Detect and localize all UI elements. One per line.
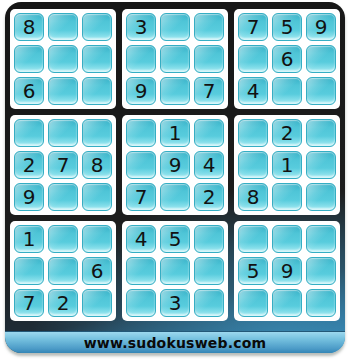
sudoku-cell[interactable]: 6 [272, 45, 302, 73]
sudoku-cell[interactable]: 5 [238, 257, 268, 285]
sudoku-cell[interactable]: 5 [272, 13, 302, 41]
sudoku-cell[interactable] [82, 13, 112, 41]
sudoku-block: 1672 [10, 221, 116, 321]
sudoku-block: 75964 [234, 9, 340, 109]
sudoku-cell[interactable] [238, 119, 268, 147]
sudoku-cell[interactable] [160, 45, 190, 73]
sudoku-cell[interactable] [306, 257, 336, 285]
sudoku-block: 19472 [122, 115, 228, 215]
sudoku-cell[interactable] [48, 45, 78, 73]
sudoku-cell[interactable] [238, 151, 268, 179]
sudoku-cell[interactable] [194, 45, 224, 73]
sudoku-cell[interactable]: 3 [160, 289, 190, 317]
sudoku-cell[interactable] [194, 119, 224, 147]
sudoku-block: 86 [10, 9, 116, 109]
sudoku-cell[interactable] [306, 183, 336, 211]
sudoku-block: 2789 [10, 115, 116, 215]
sudoku-cell[interactable]: 4 [126, 225, 156, 253]
sudoku-cell[interactable] [48, 257, 78, 285]
sudoku-cell[interactable]: 3 [126, 13, 156, 41]
sudoku-cell[interactable]: 7 [48, 151, 78, 179]
sudoku-cell[interactable] [194, 13, 224, 41]
sudoku-cell[interactable] [194, 225, 224, 253]
sudoku-cell[interactable] [272, 289, 302, 317]
sudoku-cell[interactable] [238, 289, 268, 317]
sudoku-cell[interactable]: 1 [272, 151, 302, 179]
sudoku-cell[interactable] [272, 183, 302, 211]
sudoku-block: 397 [122, 9, 228, 109]
sudoku-cell[interactable] [14, 257, 44, 285]
sudoku-cell[interactable]: 4 [238, 77, 268, 105]
sudoku-cell[interactable] [14, 119, 44, 147]
sudoku-cell[interactable]: 7 [238, 13, 268, 41]
sudoku-cell[interactable] [306, 45, 336, 73]
sudoku-cell[interactable] [306, 119, 336, 147]
sudoku-cell[interactable]: 9 [160, 151, 190, 179]
sudoku-cell[interactable] [160, 77, 190, 105]
sudoku-cell[interactable] [160, 257, 190, 285]
sudoku-cell[interactable] [306, 225, 336, 253]
sudoku-cell[interactable] [272, 225, 302, 253]
sudoku-block: 218 [234, 115, 340, 215]
sudoku-cell[interactable] [48, 183, 78, 211]
sudoku-cell[interactable]: 9 [306, 13, 336, 41]
sudoku-cell[interactable]: 2 [14, 151, 44, 179]
sudoku-cell[interactable] [306, 289, 336, 317]
sudoku-cell[interactable]: 6 [82, 257, 112, 285]
sudoku-cell[interactable] [126, 119, 156, 147]
sudoku-cell[interactable] [194, 289, 224, 317]
sudoku-cell[interactable] [82, 77, 112, 105]
sudoku-cell[interactable] [306, 77, 336, 105]
sudoku-cell[interactable]: 9 [126, 77, 156, 105]
sudoku-cell[interactable]: 1 [160, 119, 190, 147]
sudoku-cell[interactable] [82, 45, 112, 73]
sudoku-cell[interactable]: 7 [126, 183, 156, 211]
sudoku-cell[interactable]: 6 [14, 77, 44, 105]
sudoku-cell[interactable] [48, 119, 78, 147]
sudoku-block: 59 [234, 221, 340, 321]
sudoku-cell[interactable]: 9 [272, 257, 302, 285]
website-url: www.sudokusweb.com [84, 335, 267, 351]
sudoku-board: 8639775964278919472218167245359 [10, 2, 340, 321]
sudoku-block: 453 [122, 221, 228, 321]
sudoku-cell[interactable] [48, 225, 78, 253]
sudoku-cell[interactable] [82, 289, 112, 317]
sudoku-cell[interactable]: 7 [194, 77, 224, 105]
sudoku-cell[interactable]: 5 [160, 225, 190, 253]
sudoku-cell[interactable]: 2 [194, 183, 224, 211]
sudoku-cell[interactable]: 2 [48, 289, 78, 317]
sudoku-cell[interactable] [82, 225, 112, 253]
sudoku-cell[interactable]: 4 [194, 151, 224, 179]
sudoku-cell[interactable] [48, 13, 78, 41]
sudoku-frame: 8639775964278919472218167245359 www.sudo… [5, 2, 345, 353]
sudoku-cell[interactable] [126, 257, 156, 285]
sudoku-cell[interactable] [14, 45, 44, 73]
sudoku-cell[interactable] [238, 45, 268, 73]
sudoku-cell[interactable] [126, 289, 156, 317]
sudoku-cell[interactable]: 7 [14, 289, 44, 317]
sudoku-cell[interactable]: 8 [238, 183, 268, 211]
sudoku-cell[interactable]: 8 [82, 151, 112, 179]
sudoku-cell[interactable] [238, 225, 268, 253]
sudoku-cell[interactable] [160, 183, 190, 211]
sudoku-cell[interactable] [160, 13, 190, 41]
sudoku-cell[interactable] [126, 151, 156, 179]
sudoku-cell[interactable] [48, 77, 78, 105]
sudoku-cell[interactable] [194, 257, 224, 285]
sudoku-cell[interactable] [272, 77, 302, 105]
sudoku-cell[interactable]: 1 [14, 225, 44, 253]
sudoku-cell[interactable]: 9 [14, 183, 44, 211]
sudoku-cell[interactable] [306, 151, 336, 179]
sudoku-cell[interactable]: 2 [272, 119, 302, 147]
sudoku-cell[interactable]: 8 [14, 13, 44, 41]
sudoku-cell[interactable] [82, 119, 112, 147]
footer-bar: www.sudokusweb.com [5, 331, 345, 353]
sudoku-cell[interactable] [126, 45, 156, 73]
sudoku-cell[interactable] [82, 183, 112, 211]
